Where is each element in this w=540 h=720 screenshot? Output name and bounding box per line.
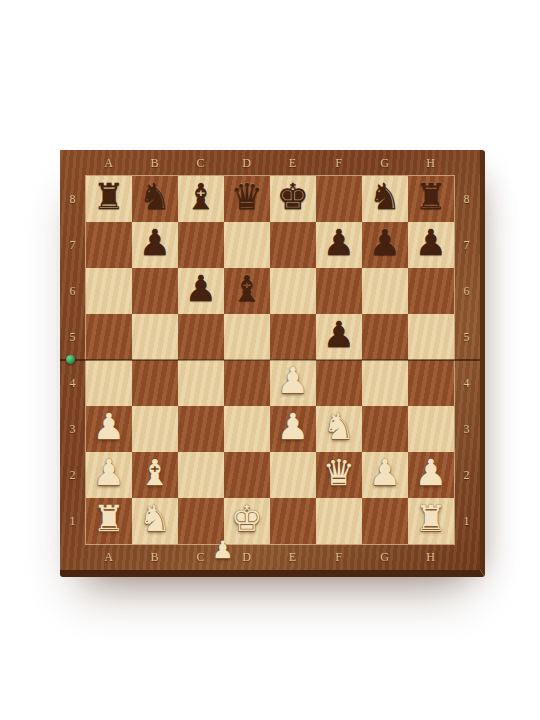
square-h8[interactable]: ♜ [408,176,454,222]
file-label-f: F [316,544,362,570]
square-a2[interactable]: ♟ [86,452,132,498]
square-b2[interactable]: ♝ [132,452,178,498]
square-c2[interactable] [178,452,224,498]
white-pawn[interactable]: ♟ [277,363,309,399]
rank-label-7: 7 [60,222,86,268]
square-h5[interactable] [408,314,454,360]
square-c3[interactable] [178,406,224,452]
square-g8[interactable]: ♞ [362,176,408,222]
file-label-g: G [362,544,408,570]
black-knight[interactable]: ♞ [139,179,171,215]
captured-pawn-on-frame[interactable]: ♟ [212,538,234,562]
square-f2[interactable]: ♛ [316,452,362,498]
file-label-g: G [362,150,408,176]
square-e2[interactable] [270,452,316,498]
square-f3[interactable]: ♞ [316,406,362,452]
rank-label-3: 3 [60,406,86,452]
file-label-h: H [408,150,454,176]
square-b1[interactable]: ♞ [132,498,178,544]
photo-background: ABCDEFGH 87654321 ♜♞♝♛♚♞♜♟♟♟♟♟♝♟♟♟♟♞♟♝♛♟… [0,0,540,720]
black-queen[interactable]: ♛ [231,179,263,215]
square-d7[interactable] [224,222,270,268]
square-c7[interactable] [178,222,224,268]
rank-label-1: 1 [60,498,86,544]
square-e7[interactable] [270,222,316,268]
square-b5[interactable] [132,314,178,360]
rank-label-6: 6 [454,268,480,314]
frame-corner [454,544,480,570]
square-h1[interactable]: ♜ [408,498,454,544]
square-f5[interactable]: ♟ [316,314,362,360]
file-label-e: E [270,544,316,570]
square-a3[interactable]: ♟ [86,406,132,452]
black-rook[interactable]: ♜ [93,179,125,215]
square-b7[interactable]: ♟ [132,222,178,268]
square-d5[interactable] [224,314,270,360]
file-label-b: B [132,544,178,570]
square-e4[interactable]: ♟ [270,360,316,406]
rank-label-5: 5 [60,314,86,360]
white-pawn[interactable]: ♟ [277,409,309,445]
file-label-f: F [316,150,362,176]
white-pawn[interactable]: ♟ [93,455,125,491]
square-g2[interactable]: ♟ [362,452,408,498]
file-label-a: A [86,544,132,570]
file-label-d: D [224,150,270,176]
rank-label-1: 1 [454,498,480,544]
bottom-files-strip: ABCDEFGH [86,544,454,570]
square-g4[interactable] [362,360,408,406]
white-pawn[interactable]: ♟ [93,409,125,445]
square-c4[interactable] [178,360,224,406]
white-queen[interactable]: ♛ [323,455,355,491]
square-a8[interactable]: ♜ [86,176,132,222]
square-d4[interactable] [224,360,270,406]
black-pawn[interactable]: ♟ [185,271,217,307]
square-b3[interactable] [132,406,178,452]
white-rook[interactable]: ♜ [93,501,125,537]
square-a1[interactable]: ♜ [86,498,132,544]
rank-label-5: 5 [454,314,480,360]
chess-board: ABCDEFGH 87654321 ♜♞♝♛♚♞♜♟♟♟♟♟♝♟♟♟♟♞♟♝♛♟… [60,150,485,577]
square-e8[interactable]: ♚ [270,176,316,222]
frame-corner [60,150,86,176]
board-frame: ABCDEFGH 87654321 ♜♞♝♛♚♞♜♟♟♟♟♟♝♟♟♟♟♞♟♝♛♟… [60,150,480,570]
rank-label-2: 2 [60,452,86,498]
square-g7[interactable]: ♟ [362,222,408,268]
black-pawn[interactable]: ♟ [323,317,355,353]
frame-corner [60,544,86,570]
square-e1[interactable] [270,498,316,544]
square-g1[interactable] [362,498,408,544]
file-label-b: B [132,150,178,176]
black-pawn[interactable]: ♟ [369,225,401,261]
rank-label-4: 4 [454,360,480,406]
square-f1[interactable] [316,498,362,544]
hinge-clasp-pin [66,355,75,364]
white-knight[interactable]: ♞ [139,501,171,537]
white-knight[interactable]: ♞ [323,409,355,445]
rank-label-7: 7 [454,222,480,268]
rank-label-8: 8 [60,176,86,222]
file-label-h: H [408,544,454,570]
square-b4[interactable] [132,360,178,406]
white-bishop[interactable]: ♝ [139,455,171,491]
white-rook[interactable]: ♜ [415,501,447,537]
black-rook[interactable]: ♜ [415,179,447,215]
rank-label-4: 4 [60,360,86,406]
right-ranks-strip: 87654321 [454,176,480,544]
black-pawn[interactable]: ♟ [139,225,171,261]
square-f6[interactable] [316,268,362,314]
black-knight[interactable]: ♞ [369,179,401,215]
square-g3[interactable] [362,406,408,452]
square-d3[interactable] [224,406,270,452]
square-d6[interactable]: ♝ [224,268,270,314]
rank-label-6: 6 [60,268,86,314]
black-pawn[interactable]: ♟ [415,225,447,261]
square-h3[interactable] [408,406,454,452]
square-c5[interactable] [178,314,224,360]
black-pawn[interactable]: ♟ [323,225,355,261]
white-king[interactable]: ♚ [231,501,263,537]
frame-corner [454,150,480,176]
square-c8[interactable]: ♝ [178,176,224,222]
black-bishop[interactable]: ♝ [185,179,217,215]
square-d2[interactable] [224,452,270,498]
square-a4[interactable] [86,360,132,406]
square-b6[interactable] [132,268,178,314]
square-g5[interactable] [362,314,408,360]
white-pawn[interactable]: ♟ [415,455,447,491]
square-a7[interactable] [86,222,132,268]
rank-label-8: 8 [454,176,480,222]
square-e6[interactable] [270,268,316,314]
square-h4[interactable] [408,360,454,406]
white-pawn[interactable]: ♟ [369,455,401,491]
square-f4[interactable] [316,360,362,406]
black-king[interactable]: ♚ [277,179,309,215]
square-d8[interactable]: ♛ [224,176,270,222]
square-f8[interactable] [316,176,362,222]
file-label-e: E [270,150,316,176]
square-a5[interactable] [86,314,132,360]
square-f7[interactable]: ♟ [316,222,362,268]
square-h6[interactable] [408,268,454,314]
rank-label-3: 3 [454,406,480,452]
square-a6[interactable] [86,268,132,314]
square-c6[interactable]: ♟ [178,268,224,314]
square-b8[interactable]: ♞ [132,176,178,222]
file-label-a: A [86,150,132,176]
squares-grid: ♜♞♝♛♚♞♜♟♟♟♟♟♝♟♟♟♟♞♟♝♛♟♟♜♞♚♜ [86,176,454,544]
square-e3[interactable]: ♟ [270,406,316,452]
file-label-c: C [178,150,224,176]
square-g6[interactable] [362,268,408,314]
square-h7[interactable]: ♟ [408,222,454,268]
black-bishop[interactable]: ♝ [231,271,263,307]
top-files-strip: ABCDEFGH [86,150,454,176]
square-e5[interactable] [270,314,316,360]
square-h2[interactable]: ♟ [408,452,454,498]
rank-label-2: 2 [454,452,480,498]
